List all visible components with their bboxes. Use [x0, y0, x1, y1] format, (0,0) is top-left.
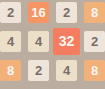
tile: 2: [0, 2, 21, 23]
tile: 2: [56, 2, 77, 23]
tile: 16: [28, 2, 49, 23]
tile: 8: [0, 60, 21, 81]
tile: 8: [84, 2, 105, 23]
board-viewport[interactable]: 2 16 2 8 4 4 32 2 8 2 4 8: [0, 0, 105, 89]
tile: 4: [0, 31, 21, 52]
tile-grid: 2 16 2 8 4 4 32 2 8 2 4 8: [0, 2, 105, 81]
tile: 2: [28, 60, 49, 81]
tile: 4: [28, 31, 49, 52]
tile: 32: [53, 28, 80, 55]
tile: 2: [84, 31, 105, 52]
tile: 4: [56, 60, 77, 81]
tile: 8: [84, 60, 105, 81]
